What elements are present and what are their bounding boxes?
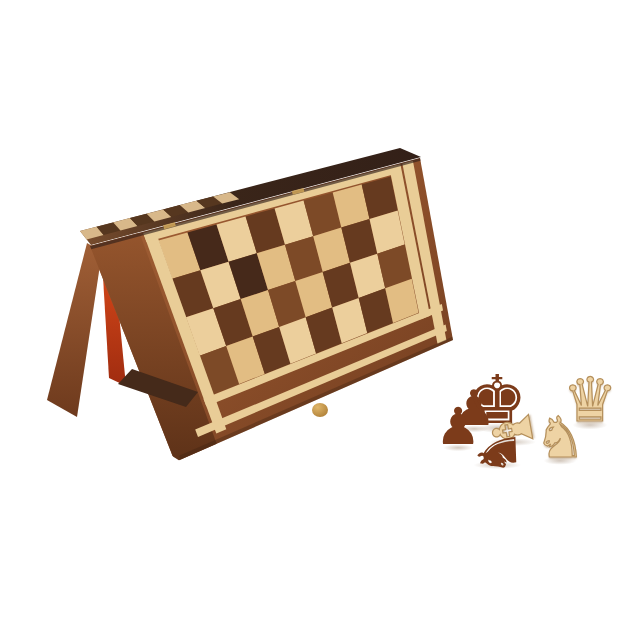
product-photo-scene: ♟♚♟♝♞♞♛ [0,0,625,625]
dark-king-shadow [478,423,517,433]
light-knight-shadow [544,457,577,465]
loose-chessmen: ♟♚♟♝♞♞♛ [0,0,625,625]
dark-knight-shadow [473,461,521,469]
light-bishop-shadow [488,438,536,446]
dark-pawn-1-shadow [443,444,473,452]
light-queen-shadow [572,420,607,429]
